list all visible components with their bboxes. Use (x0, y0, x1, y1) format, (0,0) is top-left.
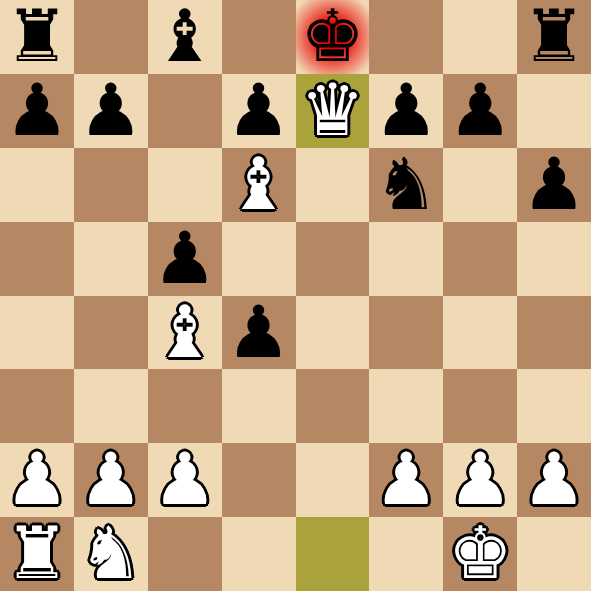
square-e5[interactable] (296, 222, 370, 296)
square-d6[interactable]: ♝ (222, 148, 296, 222)
piece-white-pawn[interactable]: ♟ (374, 443, 439, 517)
square-h3[interactable] (517, 369, 591, 443)
square-b8[interactable] (74, 0, 148, 74)
square-g5[interactable] (443, 222, 517, 296)
square-h7[interactable] (517, 74, 591, 148)
square-e4[interactable] (296, 296, 370, 370)
square-a8[interactable]: ♜ (0, 0, 74, 74)
square-f8[interactable] (369, 0, 443, 74)
square-b2[interactable]: ♟ (74, 443, 148, 517)
square-a6[interactable] (0, 148, 74, 222)
square-f1[interactable] (369, 517, 443, 591)
piece-black-rook[interactable]: ♜ (522, 0, 587, 74)
square-b4[interactable] (74, 296, 148, 370)
square-d8[interactable] (222, 0, 296, 74)
piece-black-pawn[interactable]: ♟ (226, 74, 291, 148)
square-a3[interactable] (0, 369, 74, 443)
piece-white-knight[interactable]: ♞ (79, 517, 144, 591)
square-b7[interactable]: ♟ (74, 74, 148, 148)
square-c4[interactable]: ♝ (148, 296, 222, 370)
square-b1[interactable]: ♞ (74, 517, 148, 591)
square-f4[interactable] (369, 296, 443, 370)
piece-black-pawn[interactable]: ♟ (374, 74, 439, 148)
piece-white-queen[interactable]: ♛ (300, 74, 365, 148)
square-h1[interactable] (517, 517, 591, 591)
square-e8[interactable]: ♚ (296, 0, 370, 74)
square-c6[interactable] (148, 148, 222, 222)
piece-black-pawn[interactable]: ♟ (522, 148, 587, 222)
piece-black-pawn[interactable]: ♟ (5, 74, 70, 148)
square-a7[interactable]: ♟ (0, 74, 74, 148)
square-g7[interactable]: ♟ (443, 74, 517, 148)
square-a1[interactable]: ♜ (0, 517, 74, 591)
square-e6[interactable] (296, 148, 370, 222)
square-e2[interactable] (296, 443, 370, 517)
square-e7[interactable]: ♛ (296, 74, 370, 148)
square-b6[interactable] (74, 148, 148, 222)
square-f3[interactable] (369, 369, 443, 443)
piece-black-knight[interactable]: ♞ (374, 148, 439, 222)
square-h4[interactable] (517, 296, 591, 370)
square-a2[interactable]: ♟ (0, 443, 74, 517)
chess-board: ♜♝♚♜♟♟♟♛♟♟♝♞♟♟♝♟♟♟♟♟♟♟♜♞♚ (0, 0, 591, 591)
square-d2[interactable] (222, 443, 296, 517)
square-h2[interactable]: ♟ (517, 443, 591, 517)
piece-black-bishop[interactable]: ♝ (152, 0, 217, 74)
square-h6[interactable]: ♟ (517, 148, 591, 222)
square-g4[interactable] (443, 296, 517, 370)
square-f2[interactable]: ♟ (369, 443, 443, 517)
square-d1[interactable] (222, 517, 296, 591)
square-d5[interactable] (222, 222, 296, 296)
piece-black-rook[interactable]: ♜ (5, 0, 70, 74)
square-a5[interactable] (0, 222, 74, 296)
square-e1[interactable] (296, 517, 370, 591)
square-a4[interactable] (0, 296, 74, 370)
square-g2[interactable]: ♟ (443, 443, 517, 517)
square-b5[interactable] (74, 222, 148, 296)
piece-white-bishop[interactable]: ♝ (226, 148, 291, 222)
square-h5[interactable] (517, 222, 591, 296)
square-c3[interactable] (148, 369, 222, 443)
square-d4[interactable]: ♟ (222, 296, 296, 370)
square-g8[interactable] (443, 0, 517, 74)
piece-white-pawn[interactable]: ♟ (5, 443, 70, 517)
piece-white-pawn[interactable]: ♟ (152, 443, 217, 517)
square-g3[interactable] (443, 369, 517, 443)
square-h8[interactable]: ♜ (517, 0, 591, 74)
piece-white-rook[interactable]: ♜ (5, 517, 70, 591)
square-f5[interactable] (369, 222, 443, 296)
piece-black-pawn[interactable]: ♟ (152, 222, 217, 296)
square-c7[interactable] (148, 74, 222, 148)
square-c5[interactable]: ♟ (148, 222, 222, 296)
square-d7[interactable]: ♟ (222, 74, 296, 148)
square-f6[interactable]: ♞ (369, 148, 443, 222)
square-b3[interactable] (74, 369, 148, 443)
square-c2[interactable]: ♟ (148, 443, 222, 517)
piece-white-pawn[interactable]: ♟ (79, 443, 144, 517)
piece-black-pawn[interactable]: ♟ (226, 296, 291, 370)
piece-white-pawn[interactable]: ♟ (522, 443, 587, 517)
square-g1[interactable]: ♚ (443, 517, 517, 591)
piece-white-pawn[interactable]: ♟ (448, 443, 513, 517)
square-f7[interactable]: ♟ (369, 74, 443, 148)
square-g6[interactable] (443, 148, 517, 222)
square-e3[interactable] (296, 369, 370, 443)
piece-black-king[interactable]: ♚ (300, 0, 365, 74)
square-d3[interactable] (222, 369, 296, 443)
piece-white-king[interactable]: ♚ (448, 517, 513, 591)
piece-white-bishop[interactable]: ♝ (152, 296, 217, 370)
square-c8[interactable]: ♝ (148, 0, 222, 74)
piece-black-pawn[interactable]: ♟ (448, 74, 513, 148)
piece-black-pawn[interactable]: ♟ (79, 74, 144, 148)
square-c1[interactable] (148, 517, 222, 591)
